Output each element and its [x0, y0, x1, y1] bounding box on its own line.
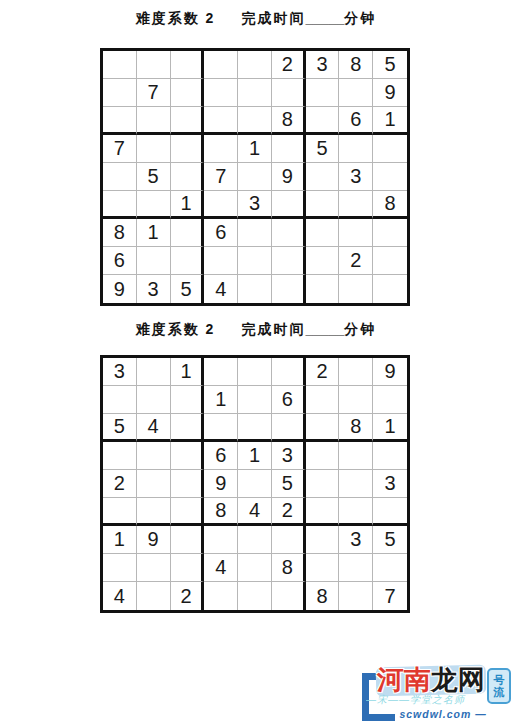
cell-r4c2[interactable] — [137, 442, 171, 470]
cell-r3c1[interactable] — [103, 107, 137, 135]
cell-r6c5: 4 — [238, 498, 272, 526]
cell-r2c4[interactable] — [204, 79, 238, 107]
cell-r1c4[interactable] — [204, 51, 238, 79]
cell-r1c2[interactable] — [137, 358, 171, 386]
cell-r4c3[interactable] — [171, 442, 205, 470]
cell-r8c3[interactable] — [171, 554, 205, 582]
cell-r9c8[interactable] — [339, 582, 373, 610]
cell-r9c3: 2 — [171, 582, 205, 610]
cell-r9c3: 5 — [171, 275, 205, 303]
cell-r4c7[interactable] — [306, 442, 340, 470]
cell-r1c7: 2 — [306, 358, 340, 386]
cell-r7c8[interactable] — [339, 219, 373, 247]
cell-r7c5[interactable] — [238, 526, 272, 554]
cell-r4c8[interactable] — [339, 442, 373, 470]
cell-r8c2[interactable] — [137, 247, 171, 275]
cell-r3c7[interactable] — [306, 414, 340, 442]
cell-r8c4: 4 — [204, 554, 238, 582]
cell-r7c3[interactable] — [171, 526, 205, 554]
cell-r7c9[interactable] — [373, 219, 407, 247]
site-title-red: 河南 — [377, 665, 431, 695]
difficulty-label: 难度系数 2 — [136, 321, 216, 337]
cell-r3c6: 8 — [272, 107, 306, 135]
cell-r8c5[interactable] — [238, 554, 272, 582]
cell-r4c1[interactable] — [103, 442, 137, 470]
cell-r8c8: 2 — [339, 247, 373, 275]
cell-r1c1: 3 — [103, 358, 137, 386]
cell-r5c1: 2 — [103, 470, 137, 498]
puzzle-2-header: 难度系数 2完成时间_____分钟 — [0, 321, 512, 339]
cell-r2c5[interactable] — [238, 79, 272, 107]
cell-r4c9[interactable] — [373, 135, 407, 163]
cell-r6c1[interactable] — [103, 191, 137, 219]
cell-r2c6[interactable] — [272, 79, 306, 107]
cell-r8c2[interactable] — [137, 554, 171, 582]
cell-r7c1: 8 — [103, 219, 137, 247]
cell-r2c2[interactable] — [137, 386, 171, 414]
cell-r7c2: 9 — [137, 526, 171, 554]
cell-r6c2[interactable] — [137, 191, 171, 219]
cell-r6c3[interactable] — [171, 498, 205, 526]
cell-r3c4[interactable] — [204, 414, 238, 442]
cell-r5c2[interactable] — [137, 470, 171, 498]
cell-r1c5[interactable] — [238, 358, 272, 386]
cell-r8c9[interactable] — [373, 247, 407, 275]
cell-r8c3[interactable] — [171, 247, 205, 275]
cell-r7c9: 5 — [373, 526, 407, 554]
cell-r9c8[interactable] — [339, 275, 373, 303]
cell-r2c7[interactable] — [306, 386, 340, 414]
cell-r5c9[interactable] — [373, 163, 407, 191]
cell-r7c6[interactable] — [272, 526, 306, 554]
cell-r2c1[interactable] — [103, 386, 137, 414]
puzzle-1-header: 难度系数 2完成时间_____分钟 — [0, 10, 512, 28]
cell-r9c4: 4 — [204, 275, 238, 303]
cell-r6c9[interactable] — [373, 498, 407, 526]
cell-r5c5[interactable] — [238, 163, 272, 191]
cell-r4c8[interactable] — [339, 135, 373, 163]
cell-r9c9[interactable] — [373, 275, 407, 303]
cell-r6c6[interactable] — [272, 191, 306, 219]
cell-r1c8: 8 — [339, 51, 373, 79]
cell-r4c4[interactable] — [204, 135, 238, 163]
cell-r5c2: 5 — [137, 163, 171, 191]
cell-r1c6[interactable] — [272, 358, 306, 386]
cell-r3c3[interactable] — [171, 107, 205, 135]
cell-r3c5[interactable] — [238, 107, 272, 135]
minutes-label: 分钟 — [344, 10, 376, 26]
cell-r1c7: 3 — [306, 51, 340, 79]
cell-r3c2: 4 — [137, 414, 171, 442]
cell-r7c5[interactable] — [238, 219, 272, 247]
cell-r9c9: 7 — [373, 582, 407, 610]
worksheet-page: 难度系数 2完成时间_____分钟 2385798617155793138816… — [0, 0, 512, 724]
cell-r8c7[interactable] — [306, 554, 340, 582]
cell-r7c2: 1 — [137, 219, 171, 247]
cell-r1c3[interactable] — [171, 51, 205, 79]
cell-r1c2[interactable] — [137, 51, 171, 79]
cell-r4c2[interactable] — [137, 135, 171, 163]
cell-r2c3[interactable] — [171, 79, 205, 107]
cell-r7c4: 6 — [204, 219, 238, 247]
cell-r3c4[interactable] — [204, 107, 238, 135]
sudoku-grid-2: 312916548161329538421935484287 — [100, 355, 410, 613]
cell-r4c7: 5 — [306, 135, 340, 163]
cell-r4c3[interactable] — [171, 135, 205, 163]
cell-r2c4: 1 — [204, 386, 238, 414]
cell-r4c5: 1 — [238, 442, 272, 470]
cell-r2c5[interactable] — [238, 386, 272, 414]
cell-r3c9: 1 — [373, 107, 407, 135]
cell-r6c4: 8 — [204, 498, 238, 526]
cell-r9c6[interactable] — [272, 275, 306, 303]
cell-r3c7[interactable] — [306, 107, 340, 135]
cell-r5c8[interactable] — [339, 470, 373, 498]
difficulty-label: 难度系数 2 — [136, 10, 216, 26]
cell-r8c1: 6 — [103, 247, 137, 275]
cell-r4c1: 7 — [103, 135, 137, 163]
cell-r3c1: 5 — [103, 414, 137, 442]
cell-r5c9: 3 — [373, 470, 407, 498]
cell-r9c5[interactable] — [238, 582, 272, 610]
cell-r6c3: 1 — [171, 191, 205, 219]
cell-r1c9: 5 — [373, 51, 407, 79]
cell-r7c7[interactable] — [306, 219, 340, 247]
cell-r2c9: 9 — [373, 79, 407, 107]
cell-r6c8[interactable] — [339, 498, 373, 526]
cell-r3c6[interactable] — [272, 414, 306, 442]
cell-r5c3[interactable] — [171, 470, 205, 498]
cell-r6c1[interactable] — [103, 498, 137, 526]
cell-r4c5: 1 — [238, 135, 272, 163]
domain-text: — scwdwl.com — — [384, 708, 487, 720]
cell-r1c5[interactable] — [238, 51, 272, 79]
cell-r8c9[interactable] — [373, 554, 407, 582]
cell-r8c6[interactable] — [272, 247, 306, 275]
slogan-text: —宋——学堂之名师 — [366, 693, 506, 707]
cell-r6c2[interactable] — [137, 498, 171, 526]
cell-r5c3[interactable] — [171, 163, 205, 191]
cell-r6c7[interactable] — [306, 191, 340, 219]
cell-r5c7[interactable] — [306, 470, 340, 498]
cell-r3c8: 8 — [339, 414, 373, 442]
cell-r8c6: 8 — [272, 554, 306, 582]
cell-r7c6[interactable] — [272, 219, 306, 247]
cell-r5c1[interactable] — [103, 163, 137, 191]
cell-r5c7[interactable] — [306, 163, 340, 191]
cell-r1c1[interactable] — [103, 51, 137, 79]
cell-r2c1[interactable] — [103, 79, 137, 107]
time-blank-line: _____ — [305, 10, 344, 26]
cell-r1c4[interactable] — [204, 358, 238, 386]
cell-r9c7[interactable] — [306, 275, 340, 303]
cell-r3c5[interactable] — [238, 414, 272, 442]
cell-r6c7[interactable] — [306, 498, 340, 526]
cell-r7c7[interactable] — [306, 526, 340, 554]
cell-r9c4[interactable] — [204, 582, 238, 610]
site-title-black: 龙网 — [431, 665, 485, 695]
cell-r4c6[interactable] — [272, 135, 306, 163]
cell-r5c5[interactable] — [238, 470, 272, 498]
cell-r4c6: 3 — [272, 442, 306, 470]
cell-r6c5: 3 — [238, 191, 272, 219]
cell-r5c4: 7 — [204, 163, 238, 191]
cell-r2c8[interactable] — [339, 386, 373, 414]
sudoku-grid-1: 2385798617155793138816629354 — [100, 48, 410, 306]
cell-r3c2[interactable] — [137, 107, 171, 135]
cell-r8c4[interactable] — [204, 247, 238, 275]
cell-r9c1: 4 — [103, 582, 137, 610]
cell-r8c8[interactable] — [339, 554, 373, 582]
cell-r9c2: 3 — [137, 275, 171, 303]
cell-r4c9[interactable] — [373, 442, 407, 470]
cell-r2c7[interactable] — [306, 79, 340, 107]
cell-r9c7: 8 — [306, 582, 340, 610]
cell-r6c6: 2 — [272, 498, 306, 526]
cell-r7c3[interactable] — [171, 219, 205, 247]
cell-r2c6: 6 — [272, 386, 306, 414]
cell-r8c7[interactable] — [306, 247, 340, 275]
cell-r2c9[interactable] — [373, 386, 407, 414]
cell-r5c6: 5 — [272, 470, 306, 498]
cell-r5c6: 9 — [272, 163, 306, 191]
time-label: 完成时间 — [241, 321, 305, 337]
cell-r7c4[interactable] — [204, 526, 238, 554]
cell-r9c2[interactable] — [137, 582, 171, 610]
cell-r2c3[interactable] — [171, 386, 205, 414]
cell-r8c5[interactable] — [238, 247, 272, 275]
cell-r5c4: 9 — [204, 470, 238, 498]
cell-r5c8: 3 — [339, 163, 373, 191]
cell-r7c1: 1 — [103, 526, 137, 554]
cell-r6c8[interactable] — [339, 191, 373, 219]
time-label: 完成时间 — [241, 10, 305, 26]
cell-r8c1[interactable] — [103, 554, 137, 582]
cell-r1c8[interactable] — [339, 358, 373, 386]
cell-r1c9: 9 — [373, 358, 407, 386]
cell-r7c8: 3 — [339, 526, 373, 554]
cell-r6c9: 8 — [373, 191, 407, 219]
cell-r6c4[interactable] — [204, 191, 238, 219]
watermark-logo: 河南龙网 号 流 —宋——学堂之名师 — scwdwl.com — — [360, 665, 512, 723]
cell-r1c3: 1 — [171, 358, 205, 386]
cell-r9c1: 9 — [103, 275, 137, 303]
cell-r3c8: 6 — [339, 107, 373, 135]
cell-r1c6: 2 — [272, 51, 306, 79]
minutes-label: 分钟 — [344, 321, 376, 337]
cell-r3c3[interactable] — [171, 414, 205, 442]
cell-r4c4: 6 — [204, 442, 238, 470]
cell-r3c9: 1 — [373, 414, 407, 442]
cell-r9c6[interactable] — [272, 582, 306, 610]
badge-text-top: 号 — [494, 674, 505, 686]
cell-r2c2: 7 — [137, 79, 171, 107]
time-blank-line: _____ — [305, 321, 344, 337]
cell-r9c5[interactable] — [238, 275, 272, 303]
cell-r2c8[interactable] — [339, 79, 373, 107]
